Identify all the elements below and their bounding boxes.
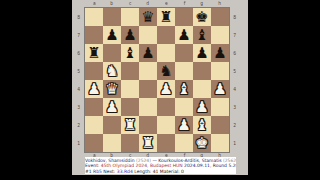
rank-label-left-1: 1: [73, 134, 84, 152]
black-king: ♚: [195, 8, 208, 26]
square-h5: [211, 62, 229, 80]
file-label-top-g: g: [193, 0, 211, 7]
black-bishop: ♝: [123, 44, 136, 62]
rank-label-right-8: 8: [229, 8, 240, 26]
file-label-top-b: b: [103, 0, 121, 7]
square-h3: [211, 98, 229, 116]
chess-board: ♛♜♚♟♟♟♝♜♝♟♟♟♞♞♟♛♟♝♟♟♟♜♟♝♜♚: [84, 7, 230, 153]
caption-segment: Length: 41: [133, 168, 159, 173]
square-e7: [157, 26, 175, 44]
rank-label-right-7: 7: [229, 26, 240, 44]
caption-box: Vokhidov, Shamsiddin (2524) — Kourkoulos…: [85, 157, 236, 174]
square-h6: ♟: [211, 44, 229, 62]
square-d3: [139, 98, 157, 116]
black-pawn: ♟: [141, 44, 154, 62]
square-d5: [139, 62, 157, 80]
square-d2: [139, 116, 157, 134]
rank-label-right-2: 2: [229, 116, 240, 134]
caption-segment: 33.Rd4: [117, 168, 133, 173]
square-a2: [85, 116, 103, 134]
square-b3: ♟: [103, 98, 121, 116]
square-d4: [139, 80, 157, 98]
caption-segment: Next:: [102, 168, 117, 173]
white-bishop: ♝: [195, 116, 208, 134]
square-c3: [121, 98, 139, 116]
black-pawn: ♟: [123, 26, 136, 44]
left-black-bar: [0, 0, 72, 180]
file-label-top-a: a: [85, 0, 103, 7]
file-label-top-h: h: [211, 0, 229, 7]
white-bishop: ♝: [177, 80, 190, 98]
rank-label-left-8: 8: [73, 8, 84, 26]
square-b1: [103, 134, 121, 152]
file-label-top-f: f: [175, 0, 193, 7]
square-c2: ♜: [121, 116, 139, 134]
rank-label-right-4: 4: [229, 80, 240, 98]
white-rook: ♜: [123, 116, 136, 134]
square-h1: [211, 134, 229, 152]
square-a7: [85, 26, 103, 44]
square-h7: [211, 26, 229, 44]
black-knight: ♞: [159, 62, 172, 80]
white-pawn: ♟: [213, 80, 226, 98]
black-pawn: ♟: [213, 44, 226, 62]
square-h4: ♟: [211, 80, 229, 98]
rank-label-left-7: 7: [73, 26, 84, 44]
caption-segment: Material: 0: [158, 168, 184, 173]
square-a6: ♜: [85, 44, 103, 62]
caption-text: Vokhidov, Shamsiddin (2524) — Kourkoulos…: [85, 157, 236, 174]
square-b8: [103, 8, 121, 26]
square-c1: [121, 134, 139, 152]
square-d7: [139, 26, 157, 44]
white-rook: ♜: [141, 134, 154, 152]
square-f8: [175, 8, 193, 26]
square-a4: ♟: [85, 80, 103, 98]
square-d1: ♜: [139, 134, 157, 152]
black-pawn: ♟: [195, 44, 208, 62]
rank-label-right-1: 1: [229, 134, 240, 152]
black-queen: ♛: [141, 8, 154, 26]
square-a1: [85, 134, 103, 152]
square-b4: ♛: [103, 80, 121, 98]
caption-segment: Rb5: [92, 168, 102, 173]
square-b7: ♟: [103, 26, 121, 44]
caption-segment: 2024.09.11, Round 5.28: [184, 163, 236, 168]
square-e8: ♜: [157, 8, 175, 26]
rank-label-left-4: 4: [73, 80, 84, 98]
file-label-top-d: d: [139, 0, 157, 7]
engine-line: #1 Rb5 Next: 33.Rd4 Length: 41 Material:…: [85, 168, 236, 173]
square-c7: ♟: [121, 26, 139, 44]
black-rook: ♜: [87, 44, 100, 62]
square-h2: [211, 116, 229, 134]
file-label-top-e: e: [157, 0, 175, 7]
square-b6: [103, 44, 121, 62]
square-d6: ♟: [139, 44, 157, 62]
square-e2: [157, 116, 175, 134]
rank-label-left-2: 2: [73, 116, 84, 134]
rank-label-right-6: 6: [229, 44, 240, 62]
square-d8: ♛: [139, 8, 157, 26]
square-g5: [193, 62, 211, 80]
square-f6: [175, 44, 193, 62]
board-panel: ♛♜♚♟♟♟♝♜♝♟♟♟♞♞♟♛♟♝♟♟♟♜♟♝♜♚ aabbccddeeffg…: [72, 0, 248, 175]
white-pawn: ♟: [159, 80, 172, 98]
square-a5: [85, 62, 103, 80]
square-g8: ♚: [193, 8, 211, 26]
rank-label-left-5: 5: [73, 62, 84, 80]
rank-label-left-3: 3: [73, 98, 84, 116]
file-label-top-c: c: [121, 0, 139, 7]
square-b2: [103, 116, 121, 134]
black-pawn: ♟: [105, 26, 118, 44]
white-pawn: ♟: [105, 98, 118, 116]
square-c4: [121, 80, 139, 98]
white-knight: ♞: [105, 62, 118, 80]
square-g3: ♟: [193, 98, 211, 116]
square-g4: [193, 80, 211, 98]
square-f1: [175, 134, 193, 152]
rank-label-left-6: 6: [73, 44, 84, 62]
square-a8: [85, 8, 103, 26]
square-g1: ♚: [193, 134, 211, 152]
square-b5: ♞: [103, 62, 121, 80]
square-f4: ♝: [175, 80, 193, 98]
white-queen: ♛: [105, 80, 118, 98]
square-c5: [121, 62, 139, 80]
black-pawn: ♟: [177, 26, 190, 44]
square-c6: ♝: [121, 44, 139, 62]
rank-label-right-3: 3: [229, 98, 240, 116]
square-f3: [175, 98, 193, 116]
square-e3: [157, 98, 175, 116]
square-f5: [175, 62, 193, 80]
square-h8: [211, 8, 229, 26]
black-rook: ♜: [159, 8, 172, 26]
square-a3: [85, 98, 103, 116]
square-g7: ♝: [193, 26, 211, 44]
white-pawn: ♟: [195, 98, 208, 116]
rank-label-right-5: 5: [229, 62, 240, 80]
square-f7: ♟: [175, 26, 193, 44]
white-pawn: ♟: [177, 116, 190, 134]
square-e4: ♟: [157, 80, 175, 98]
black-bishop: ♝: [195, 26, 208, 44]
square-g2: ♝: [193, 116, 211, 134]
white-pawn: ♟: [87, 80, 100, 98]
chess-thumbnail: ♛♜♚♟♟♟♝♜♝♟♟♟♞♞♟♛♟♝♟♟♟♜♟♝♜♚ aabbccddeeffg…: [0, 0, 320, 180]
square-e6: [157, 44, 175, 62]
square-e5: ♞: [157, 62, 175, 80]
square-e1: [157, 134, 175, 152]
square-g6: ♟: [193, 44, 211, 62]
right-black-bar: [248, 0, 320, 180]
square-c8: [121, 8, 139, 26]
white-king: ♚: [195, 134, 208, 152]
square-f2: ♟: [175, 116, 193, 134]
